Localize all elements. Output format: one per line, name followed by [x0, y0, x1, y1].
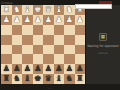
sidebar: ▦ Waiting for opponent Cancel: [86, 5, 120, 84]
square[interactable]: [12, 25, 23, 35]
square[interactable]: [43, 45, 54, 55]
piece-black-knight[interactable]: ♞: [64, 74, 75, 84]
piece-black-bishop[interactable]: ♝: [22, 74, 33, 84]
square[interactable]: ♞: [64, 5, 75, 15]
square[interactable]: [22, 54, 33, 64]
square[interactable]: ♟: [43, 15, 54, 25]
piece-white-knight[interactable]: ♞: [12, 5, 23, 15]
square[interactable]: [33, 45, 44, 55]
app-window: lichess ♜♞♝♚♛♝♞♜♟♟♟♟♟♟♟♟♟♟♟♟♟♟♟♟♜♞♝♚♛♝♞♜…: [0, 0, 120, 90]
square[interactable]: ♜: [75, 74, 86, 84]
square[interactable]: ♟: [64, 15, 75, 25]
piece-black-pawn[interactable]: ♟: [75, 64, 86, 74]
chess-board[interactable]: ♜♞♝♚♛♝♞♜♟♟♟♟♟♟♟♟♟♟♟♟♟♟♟♟♜♞♝♚♛♝♞♜: [1, 5, 85, 84]
piece-white-king[interactable]: ♚: [33, 5, 44, 15]
square[interactable]: ♝: [54, 74, 65, 84]
square[interactable]: [33, 35, 44, 45]
square[interactable]: [43, 25, 54, 35]
piece-black-pawn[interactable]: ♟: [1, 64, 12, 74]
square[interactable]: [22, 45, 33, 55]
square[interactable]: ♟: [54, 15, 65, 25]
square[interactable]: ♛: [43, 5, 54, 15]
piece-white-pawn[interactable]: ♟: [64, 15, 75, 25]
square[interactable]: ♟: [1, 64, 12, 74]
square[interactable]: ♟: [33, 15, 44, 25]
piece-white-pawn[interactable]: ♟: [12, 15, 23, 25]
piece-black-knight[interactable]: ♞: [12, 74, 23, 84]
piece-black-king[interactable]: ♚: [33, 74, 44, 84]
square[interactable]: ♟: [12, 64, 23, 74]
piece-white-queen[interactable]: ♛: [43, 5, 54, 15]
square[interactable]: ♝: [22, 74, 33, 84]
square[interactable]: [1, 45, 12, 55]
square[interactable]: [43, 35, 54, 45]
piece-black-pawn[interactable]: ♟: [54, 64, 65, 74]
piece-white-pawn[interactable]: ♟: [1, 15, 12, 25]
square[interactable]: [54, 45, 65, 55]
sidebar-status-text: Waiting for opponent: [87, 45, 119, 49]
piece-black-pawn[interactable]: ♟: [12, 64, 23, 74]
square[interactable]: ♟: [54, 64, 65, 74]
square[interactable]: ♟: [22, 15, 33, 25]
square[interactable]: [1, 54, 12, 64]
square[interactable]: ♟: [75, 15, 86, 25]
square[interactable]: ♟: [1, 15, 12, 25]
piece-white-pawn[interactable]: ♟: [22, 15, 33, 25]
square[interactable]: [64, 25, 75, 35]
piece-black-rook[interactable]: ♜: [75, 74, 86, 84]
square[interactable]: [64, 54, 75, 64]
square[interactable]: ♝: [54, 5, 65, 15]
square[interactable]: [33, 25, 44, 35]
square[interactable]: ♟: [75, 64, 86, 74]
sidebar-action-button[interactable]: ▦: [99, 33, 107, 41]
square[interactable]: ♚: [33, 5, 44, 15]
piece-black-pawn[interactable]: ♟: [64, 64, 75, 74]
square[interactable]: [12, 54, 23, 64]
square[interactable]: ♚: [33, 74, 44, 84]
square[interactable]: ♞: [12, 74, 23, 84]
square[interactable]: ♝: [22, 5, 33, 15]
piece-black-queen[interactable]: ♛: [43, 74, 54, 84]
square[interactable]: ♟: [64, 64, 75, 74]
square[interactable]: ♟: [43, 64, 54, 74]
square[interactable]: [12, 45, 23, 55]
piece-black-pawn[interactable]: ♟: [33, 64, 44, 74]
square[interactable]: ♜: [1, 74, 12, 84]
bottom-bar-dots: …: [48, 85, 53, 90]
square[interactable]: ♞: [64, 74, 75, 84]
square[interactable]: [1, 25, 12, 35]
square[interactable]: [75, 25, 86, 35]
piece-black-rook[interactable]: ♜: [1, 74, 12, 84]
square[interactable]: [54, 35, 65, 45]
piece-white-pawn[interactable]: ♟: [54, 15, 65, 25]
square[interactable]: [54, 54, 65, 64]
square[interactable]: [75, 54, 86, 64]
square[interactable]: ♟: [33, 64, 44, 74]
square[interactable]: [33, 54, 44, 64]
square[interactable]: [54, 25, 65, 35]
piece-white-pawn[interactable]: ♟: [75, 15, 86, 25]
square[interactable]: [75, 45, 86, 55]
square[interactable]: ♛: [43, 74, 54, 84]
square[interactable]: [12, 35, 23, 45]
window-title: lichess: [1, 1, 13, 5]
piece-black-pawn[interactable]: ♟: [22, 64, 33, 74]
search-input[interactable]: [77, 5, 120, 9]
square[interactable]: [75, 35, 86, 45]
square[interactable]: ♜: [1, 5, 12, 15]
square[interactable]: ♞: [12, 5, 23, 15]
piece-white-knight[interactable]: ♞: [64, 5, 75, 15]
square[interactable]: ♟: [12, 15, 23, 25]
square[interactable]: [22, 25, 33, 35]
piece-black-bishop[interactable]: ♝: [54, 74, 65, 84]
square[interactable]: [1, 35, 12, 45]
square[interactable]: [64, 35, 75, 45]
cancel-link[interactable]: Cancel: [98, 52, 107, 55]
search-box[interactable]: [75, 4, 112, 9]
piece-white-rook[interactable]: ♜: [1, 5, 12, 15]
square[interactable]: [22, 35, 33, 45]
square[interactable]: [64, 45, 75, 55]
piece-white-pawn[interactable]: ♟: [33, 15, 44, 25]
piece-white-bishop[interactable]: ♝: [22, 5, 33, 15]
square[interactable]: ♟: [22, 64, 33, 74]
bottom-bar: …: [0, 84, 120, 90]
piece-white-pawn[interactable]: ♟: [43, 15, 54, 25]
square[interactable]: [43, 54, 54, 64]
board-icon: ▦: [101, 35, 105, 40]
piece-black-pawn[interactable]: ♟: [43, 64, 54, 74]
piece-white-bishop[interactable]: ♝: [54, 5, 65, 15]
